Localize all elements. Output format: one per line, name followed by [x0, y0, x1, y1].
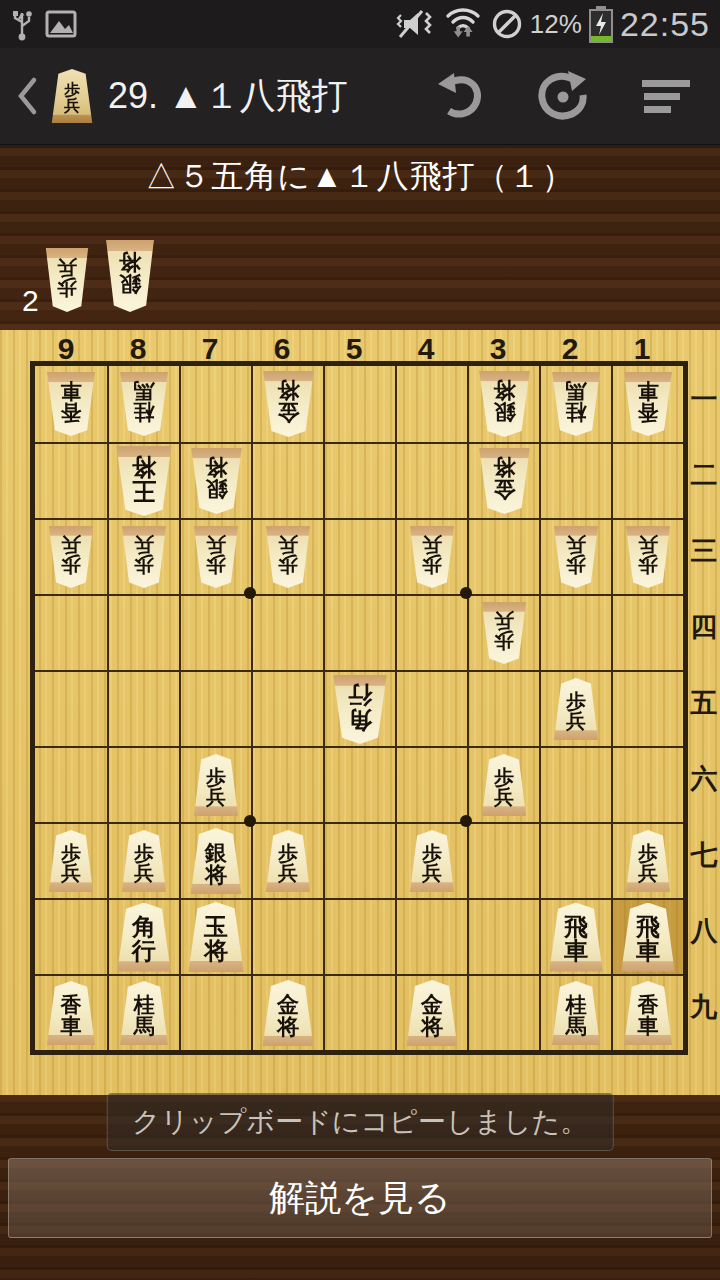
- shogi-piece-gote: 歩兵: [192, 526, 240, 588]
- piece-kanji: 香車: [638, 994, 659, 1037]
- view-commentary-button[interactable]: 解説を見る: [8, 1158, 712, 1238]
- variation-title: △５五角に▲１八飛打（１）: [0, 155, 720, 199]
- menu-list-icon: [640, 74, 692, 118]
- board-square[interactable]: [539, 746, 611, 822]
- board-square[interactable]: 歩兵: [107, 518, 179, 594]
- piece-kanji: 歩兵: [278, 535, 298, 576]
- file-label: 7: [174, 332, 246, 364]
- piece-kanji: 飛車: [564, 915, 588, 964]
- board-square[interactable]: [251, 442, 323, 518]
- shogi-piece-gote: 香車: [622, 372, 674, 436]
- shogi-piece-gote: 銀将: [104, 240, 156, 312]
- undo-button[interactable]: [432, 71, 484, 121]
- board-square[interactable]: 歩兵: [251, 822, 323, 898]
- board-square[interactable]: [539, 442, 611, 518]
- board-square[interactable]: [323, 746, 395, 822]
- board-square[interactable]: [107, 594, 179, 670]
- piece-kanji: 歩兵: [134, 535, 154, 576]
- data-blocked-icon: [490, 7, 524, 41]
- board-square[interactable]: [395, 366, 467, 442]
- hand-piece-slot[interactable]: 銀将: [104, 240, 156, 312]
- board-square[interactable]: [395, 594, 467, 670]
- shogi-piece-sente: 歩兵: [47, 830, 95, 892]
- shogi-piece-sente: 香車: [45, 981, 97, 1045]
- shogi-piece-sente: 香車: [622, 981, 674, 1045]
- screen: 12% 22:55 歩兵 2: [0, 0, 720, 1280]
- board-square[interactable]: 桂馬: [539, 366, 611, 442]
- board-square[interactable]: 角行: [107, 898, 179, 974]
- board-square[interactable]: 桂馬: [107, 366, 179, 442]
- board-square[interactable]: 金将: [395, 974, 467, 1050]
- board-square[interactable]: 歩兵: [395, 822, 467, 898]
- piece-kanji: 歩兵: [494, 767, 514, 808]
- content-area: △５五角に▲１八飛打（１） 歩兵2銀将 987654321 一二三四五六七八九 …: [0, 145, 720, 1280]
- star-point: [460, 587, 472, 599]
- shogi-piece-gote: 歩兵: [624, 526, 672, 588]
- shogi-piece-gote: 金将: [261, 371, 316, 437]
- board-square[interactable]: [179, 670, 251, 746]
- board-square[interactable]: [323, 366, 395, 442]
- board-square[interactable]: [35, 898, 107, 974]
- board-square[interactable]: 香車: [35, 974, 107, 1050]
- file-label: 5: [318, 332, 390, 364]
- shogi-piece-sente: 歩兵: [552, 678, 600, 740]
- shogi-piece-gote: 歩兵: [552, 526, 600, 588]
- board-square[interactable]: [35, 670, 107, 746]
- piece-kanji: 角行: [348, 683, 372, 732]
- shogi-piece-gote: 角行: [331, 675, 389, 744]
- piece-kanji: 歩兵: [566, 691, 586, 732]
- piece-kanji: 飛車: [636, 915, 660, 964]
- piece-kanji: 銀将: [493, 380, 515, 425]
- file-label: 4: [390, 332, 462, 364]
- shogi-piece-gote: 歩兵: [264, 526, 312, 588]
- board-square[interactable]: [611, 594, 683, 670]
- piece-kanji: 玉将: [204, 915, 228, 964]
- piece-kanji: 金将: [421, 993, 443, 1038]
- board-square[interactable]: [251, 594, 323, 670]
- piece-kanji: 歩兵: [566, 535, 586, 576]
- piece-kanji: 角行: [132, 915, 156, 964]
- file-label: 9: [30, 332, 102, 364]
- board-square[interactable]: [179, 366, 251, 442]
- clock-time: 22:55: [620, 5, 710, 44]
- board-square[interactable]: [467, 518, 539, 594]
- board-square[interactable]: 歩兵: [179, 518, 251, 594]
- star-point: [244, 815, 256, 827]
- shogi-piece-sente: 玉将: [186, 902, 246, 972]
- rank-label: 七: [688, 817, 720, 893]
- shogi-piece-gote: 歩兵: [44, 248, 90, 312]
- file-label: 2: [534, 332, 606, 364]
- piece-kanji: 歩兵: [61, 843, 81, 884]
- board-square[interactable]: [539, 822, 611, 898]
- shogi-piece-sente: 角行: [115, 903, 173, 972]
- rank-label: 四: [688, 589, 720, 665]
- board-square[interactable]: [395, 746, 467, 822]
- board-square[interactable]: 歩兵: [179, 746, 251, 822]
- shogi-piece-sente: 桂馬: [118, 981, 170, 1045]
- board-square[interactable]: 金将: [251, 366, 323, 442]
- board-square[interactable]: 金将: [467, 442, 539, 518]
- board-square[interactable]: [107, 746, 179, 822]
- board-square[interactable]: 飛車: [539, 898, 611, 974]
- shogi-piece-sente: 飛車: [547, 903, 605, 972]
- piece-kanji: 銀将: [119, 252, 141, 297]
- board-square[interactable]: 歩兵: [467, 746, 539, 822]
- board-square[interactable]: [323, 594, 395, 670]
- board-square[interactable]: [539, 594, 611, 670]
- shogi-piece-sente: 飛車: [619, 903, 677, 972]
- board-square[interactable]: 香車: [611, 366, 683, 442]
- gote-hand-tray: 歩兵2銀将: [44, 240, 156, 312]
- board-square[interactable]: [251, 670, 323, 746]
- board-square[interactable]: [323, 974, 395, 1050]
- rank-label: 五: [688, 665, 720, 741]
- board-square[interactable]: 歩兵: [35, 822, 107, 898]
- piece-kanji: 金将: [493, 457, 515, 502]
- board-square[interactable]: [323, 898, 395, 974]
- piece-kanji: 歩兵: [494, 611, 514, 652]
- shogi-piece-sente: 歩兵: [120, 830, 168, 892]
- board-square[interactable]: [179, 594, 251, 670]
- board-square[interactable]: 王将: [107, 442, 179, 518]
- board-square[interactable]: 歩兵: [107, 822, 179, 898]
- wifi-icon: [442, 6, 484, 42]
- shogi-piece-sente: 金将: [261, 980, 316, 1046]
- board-square[interactable]: 歩兵: [539, 518, 611, 594]
- board-square[interactable]: [467, 974, 539, 1050]
- board-square[interactable]: [35, 594, 107, 670]
- piece-kanji: 金将: [277, 380, 299, 425]
- board-square[interactable]: 歩兵: [35, 518, 107, 594]
- hand-piece-count: 2: [22, 284, 39, 318]
- board-square[interactable]: 銀将: [467, 366, 539, 442]
- piece-kanji: 桂馬: [566, 994, 587, 1037]
- file-labels: 987654321: [30, 332, 688, 364]
- board-square[interactable]: [251, 746, 323, 822]
- board-square[interactable]: 金将: [251, 974, 323, 1050]
- board-square[interactable]: [611, 746, 683, 822]
- board-square[interactable]: [395, 442, 467, 518]
- board-square[interactable]: [611, 442, 683, 518]
- board-square[interactable]: 香車: [35, 366, 107, 442]
- rank-label: 八: [688, 893, 720, 969]
- board-square[interactable]: 桂馬: [539, 974, 611, 1050]
- shogi-piece-gote: 金将: [477, 448, 532, 514]
- rank-label: 三: [688, 513, 720, 589]
- shogi-piece-sente: 金将: [405, 980, 460, 1046]
- piece-kanji: 歩兵: [638, 843, 658, 884]
- toolbar: 歩兵 29. ▲１八飛打: [0, 48, 720, 145]
- piece-kanji: 歩兵: [206, 535, 226, 576]
- shogi-piece-sente: 銀将: [189, 828, 244, 894]
- gallery-icon: [44, 7, 78, 41]
- piece-kanji: 香車: [61, 381, 82, 424]
- board-square[interactable]: [251, 898, 323, 974]
- toolbar-piece-kanji: 歩兵: [64, 82, 80, 115]
- board-square[interactable]: 銀将: [179, 442, 251, 518]
- shogi-piece-gote: 銀将: [189, 448, 244, 514]
- board-square[interactable]: [107, 670, 179, 746]
- board-square[interactable]: [323, 822, 395, 898]
- shogi-piece-sente: 歩兵: [480, 754, 528, 816]
- shogi-piece-sente: 歩兵: [624, 830, 672, 892]
- status-bar: 12% 22:55: [0, 0, 720, 48]
- board-square[interactable]: [323, 442, 395, 518]
- rank-label: 六: [688, 741, 720, 817]
- back-button[interactable]: [14, 72, 40, 120]
- board-square[interactable]: [611, 670, 683, 746]
- shogi-piece-gote: 桂馬: [550, 372, 602, 436]
- shogi-piece-sente: 歩兵: [408, 830, 456, 892]
- board-square[interactable]: 銀将: [179, 822, 251, 898]
- shogi-piece-gote: 香車: [45, 372, 97, 436]
- board-square[interactable]: [35, 746, 107, 822]
- undo-icon: [432, 71, 484, 121]
- piece-kanji: 香車: [638, 381, 659, 424]
- toolbar-piece-icon: 歩兵: [50, 69, 94, 123]
- piece-kanji: 歩兵: [422, 843, 442, 884]
- board-square[interactable]: [467, 670, 539, 746]
- board-square[interactable]: 歩兵: [467, 594, 539, 670]
- piece-kanji: 歩兵: [638, 535, 658, 576]
- rank-labels: 一二三四五六七八九: [688, 361, 720, 1055]
- piece-kanji: 銀将: [205, 841, 227, 886]
- board-square[interactable]: [467, 898, 539, 974]
- board-square[interactable]: [323, 518, 395, 594]
- usb-icon: [10, 6, 34, 42]
- shogi-piece-sente: 桂馬: [550, 981, 602, 1045]
- piece-kanji: 歩兵: [278, 843, 298, 884]
- board-square[interactable]: 歩兵: [611, 518, 683, 594]
- board-square[interactable]: [179, 974, 251, 1050]
- rank-label: 一: [688, 361, 720, 437]
- piece-kanji: 桂馬: [134, 994, 155, 1037]
- piece-kanji: 歩兵: [206, 767, 226, 808]
- board-square[interactable]: 角行: [323, 670, 395, 746]
- hand-piece-slot[interactable]: 歩兵2: [44, 248, 90, 312]
- shogi-piece-gote: 銀将: [477, 371, 532, 437]
- mute-vibrate-icon: [396, 7, 436, 41]
- piece-kanji: 金将: [277, 993, 299, 1038]
- star-point: [244, 587, 256, 599]
- file-label: 3: [462, 332, 534, 364]
- shogi-piece-gote: 歩兵: [120, 526, 168, 588]
- piece-kanji: 歩兵: [134, 843, 154, 884]
- piece-kanji: 桂馬: [566, 381, 587, 424]
- board-square[interactable]: [35, 442, 107, 518]
- redo-button[interactable]: [536, 71, 588, 121]
- board-square[interactable]: 飛車: [611, 898, 683, 974]
- piece-kanji: 歩兵: [61, 535, 81, 576]
- shogi-piece-gote: 歩兵: [47, 526, 95, 588]
- piece-kanji: 王将: [132, 455, 156, 504]
- piece-kanji: 桂馬: [134, 381, 155, 424]
- star-point: [460, 815, 472, 827]
- board-square[interactable]: [395, 670, 467, 746]
- board-square[interactable]: 歩兵: [395, 518, 467, 594]
- file-label: 1: [606, 332, 678, 364]
- battery-charging-icon: [588, 4, 614, 44]
- board-square[interactable]: [395, 898, 467, 974]
- board-grid: 香車桂馬金将銀将桂馬香車王将銀将金将歩兵歩兵歩兵歩兵歩兵歩兵歩兵歩兵角行歩兵歩兵…: [30, 361, 688, 1055]
- back-chevron-icon: [14, 72, 40, 120]
- shogi-piece-sente: 歩兵: [192, 754, 240, 816]
- rank-label: 九: [688, 969, 720, 1045]
- battery-percent: 12%: [530, 9, 582, 40]
- board-square[interactable]: 香車: [611, 974, 683, 1050]
- board-square[interactable]: 歩兵: [251, 518, 323, 594]
- move-label: 29. ▲１八飛打: [108, 72, 348, 121]
- shogi-piece-gote: 歩兵: [480, 602, 528, 664]
- shogi-piece-gote: 歩兵: [408, 526, 456, 588]
- piece-kanji: 銀将: [205, 457, 227, 502]
- menu-button[interactable]: [640, 74, 692, 118]
- board-square[interactable]: 歩兵: [539, 670, 611, 746]
- redo-icon: [536, 71, 588, 121]
- piece-kanji: 香車: [61, 994, 82, 1037]
- shogi-piece-gote: 桂馬: [118, 372, 170, 436]
- board-square[interactable]: 玉将: [179, 898, 251, 974]
- piece-kanji: 歩兵: [422, 535, 442, 576]
- shogi-board: 987654321 一二三四五六七八九 香車桂馬金将銀将桂馬香車王将銀将金将歩兵…: [0, 330, 720, 1095]
- piece-kanji: 歩兵: [57, 258, 77, 299]
- board-square[interactable]: 歩兵: [611, 822, 683, 898]
- toast-message: クリップボードにコピーしました。: [107, 1093, 614, 1151]
- board-square[interactable]: [467, 822, 539, 898]
- shogi-piece-gote: 王将: [114, 446, 174, 516]
- file-label: 8: [102, 332, 174, 364]
- shogi-piece-sente: 歩兵: [264, 830, 312, 892]
- board-square[interactable]: 桂馬: [107, 974, 179, 1050]
- rank-label: 二: [688, 437, 720, 513]
- file-label: 6: [246, 332, 318, 364]
